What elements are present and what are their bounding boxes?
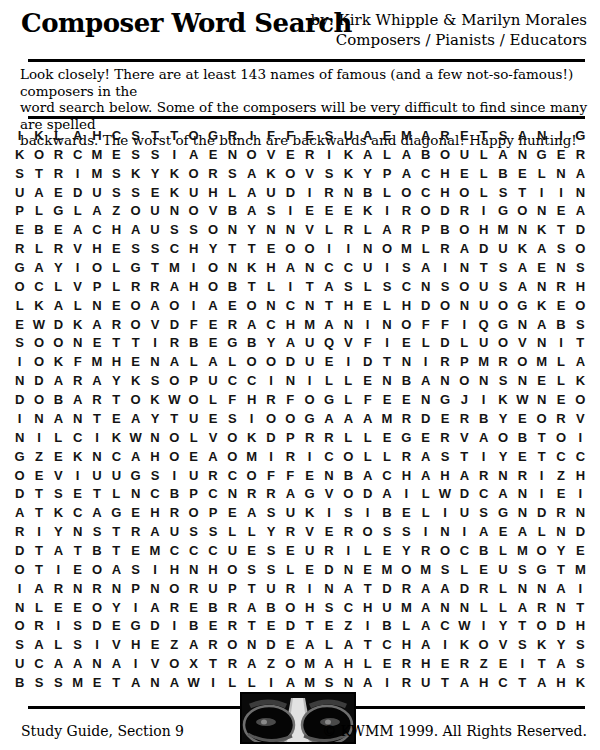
grid-cell[interactable]: T [358, 579, 377, 598]
grid-cell[interactable]: E [281, 541, 300, 560]
grid-cell[interactable]: I [416, 352, 435, 371]
grid-cell[interactable]: V [455, 428, 474, 447]
grid-cell[interactable]: F [281, 390, 300, 409]
grid-cell[interactable]: L [242, 673, 261, 692]
grid-cell[interactable]: I [29, 428, 48, 447]
grid-cell[interactable]: L [416, 484, 435, 503]
grid-cell[interactable]: Q [474, 315, 493, 334]
grid-cell[interactable]: T [571, 598, 590, 617]
grid-cell[interactable]: K [126, 164, 145, 183]
grid-cell[interactable]: Y [551, 635, 570, 654]
grid-cell[interactable]: O [223, 635, 242, 654]
grid-cell[interactable]: I [358, 315, 377, 334]
grid-cell[interactable]: O [571, 390, 590, 409]
grid-cell[interactable]: O [49, 334, 68, 353]
grid-cell[interactable]: C [107, 126, 126, 145]
grid-cell[interactable]: U [493, 560, 512, 579]
grid-cell[interactable]: S [29, 673, 48, 692]
grid-cell[interactable]: N [513, 220, 532, 239]
grid-cell[interactable]: H [397, 296, 416, 315]
grid-cell[interactable]: E [377, 126, 396, 145]
grid-cell[interactable]: A [203, 352, 222, 371]
grid-cell[interactable]: A [397, 145, 416, 164]
grid-cell[interactable]: O [203, 220, 222, 239]
grid-cell[interactable]: N [416, 390, 435, 409]
grid-cell[interactable]: S [339, 277, 358, 296]
grid-cell[interactable]: I [300, 371, 319, 390]
grid-cell[interactable]: E [551, 484, 570, 503]
grid-cell[interactable]: C [377, 635, 396, 654]
grid-cell[interactable]: L [358, 428, 377, 447]
grid-cell[interactable]: A [87, 315, 106, 334]
grid-cell[interactable]: P [203, 503, 222, 522]
grid-cell[interactable]: T [242, 617, 261, 636]
grid-cell[interactable]: E [493, 522, 512, 541]
grid-cell[interactable]: E [203, 315, 222, 334]
grid-cell[interactable]: A [203, 296, 222, 315]
grid-cell[interactable]: I [377, 673, 396, 692]
grid-cell[interactable]: O [87, 560, 106, 579]
grid-cell[interactable]: L [474, 145, 493, 164]
grid-cell[interactable]: E [184, 447, 203, 466]
grid-cell[interactable]: Y [493, 447, 512, 466]
grid-cell[interactable]: L [339, 371, 358, 390]
grid-cell[interactable]: U [416, 673, 435, 692]
grid-cell[interactable]: S [493, 277, 512, 296]
grid-cell[interactable]: R [145, 277, 164, 296]
grid-cell[interactable]: T [551, 560, 570, 579]
grid-cell[interactable]: T [242, 579, 261, 598]
grid-cell[interactable]: D [571, 220, 590, 239]
grid-cell[interactable]: R [223, 617, 242, 636]
grid-cell[interactable]: T [455, 447, 474, 466]
grid-cell[interactable]: N [300, 296, 319, 315]
grid-cell[interactable]: T [107, 390, 126, 409]
grid-cell[interactable]: C [377, 466, 396, 485]
grid-cell[interactable]: G [300, 484, 319, 503]
grid-cell[interactable]: V [203, 428, 222, 447]
grid-cell[interactable]: A [358, 673, 377, 692]
grid-cell[interactable]: E [532, 258, 551, 277]
grid-cell[interactable]: G [49, 201, 68, 220]
grid-cell[interactable]: I [300, 183, 319, 202]
grid-cell[interactable]: R [455, 409, 474, 428]
grid-cell[interactable]: B [435, 220, 454, 239]
grid-cell[interactable]: O [126, 296, 145, 315]
grid-cell[interactable]: M [87, 352, 106, 371]
grid-cell[interactable]: M [300, 654, 319, 673]
grid-cell[interactable]: T [513, 183, 532, 202]
grid-cell[interactable]: R [474, 579, 493, 598]
grid-cell[interactable]: D [416, 409, 435, 428]
grid-cell[interactable]: R [165, 598, 184, 617]
grid-cell[interactable]: K [165, 183, 184, 202]
grid-cell[interactable]: A [242, 315, 261, 334]
grid-cell[interactable]: Y [107, 371, 126, 390]
grid-cell[interactable]: O [281, 409, 300, 428]
grid-cell[interactable]: E [416, 428, 435, 447]
grid-cell[interactable]: R [184, 579, 203, 598]
grid-cell[interactable]: R [416, 541, 435, 560]
grid-cell[interactable]: R [165, 334, 184, 353]
grid-cell[interactable]: O [10, 617, 29, 636]
grid-cell[interactable]: S [145, 466, 164, 485]
grid-cell[interactable]: E [87, 673, 106, 692]
grid-cell[interactable]: A [455, 673, 474, 692]
grid-cell[interactable]: D [377, 579, 396, 598]
grid-cell[interactable]: S [49, 484, 68, 503]
grid-cell[interactable]: H [165, 560, 184, 579]
grid-cell[interactable]: R [68, 371, 87, 390]
grid-cell[interactable]: E [377, 541, 396, 560]
grid-cell[interactable]: A [10, 503, 29, 522]
grid-cell[interactable]: M [300, 673, 319, 692]
grid-cell[interactable]: N [513, 579, 532, 598]
grid-cell[interactable]: O [29, 334, 48, 353]
grid-cell[interactable]: A [300, 635, 319, 654]
grid-cell[interactable]: T [29, 560, 48, 579]
grid-cell[interactable]: S [377, 522, 396, 541]
grid-cell[interactable]: O [358, 522, 377, 541]
grid-cell[interactable]: E [551, 201, 570, 220]
grid-cell[interactable]: Y [551, 541, 570, 560]
grid-cell[interactable]: N [261, 296, 280, 315]
grid-cell[interactable]: T [165, 409, 184, 428]
grid-cell[interactable]: S [319, 126, 338, 145]
grid-cell[interactable]: S [10, 635, 29, 654]
grid-cell[interactable]: A [493, 484, 512, 503]
grid-cell[interactable]: T [29, 164, 48, 183]
grid-cell[interactable]: O [397, 315, 416, 334]
grid-cell[interactable]: R [107, 315, 126, 334]
grid-cell[interactable]: L [223, 352, 242, 371]
grid-cell[interactable]: S [319, 164, 338, 183]
grid-cell[interactable]: N [532, 126, 551, 145]
grid-cell[interactable]: R [571, 145, 590, 164]
grid-cell[interactable]: E [397, 390, 416, 409]
grid-cell[interactable]: G [532, 145, 551, 164]
grid-cell[interactable]: A [319, 277, 338, 296]
grid-cell[interactable]: R [397, 673, 416, 692]
grid-cell[interactable]: K [49, 352, 68, 371]
grid-cell[interactable]: W [126, 428, 145, 447]
grid-cell[interactable]: H [397, 466, 416, 485]
grid-cell[interactable]: D [435, 334, 454, 353]
grid-cell[interactable]: O [300, 239, 319, 258]
grid-cell[interactable]: D [532, 503, 551, 522]
grid-cell[interactable]: L [107, 484, 126, 503]
grid-cell[interactable]: O [126, 315, 145, 334]
grid-cell[interactable]: K [532, 296, 551, 315]
grid-cell[interactable]: J [455, 390, 474, 409]
grid-cell[interactable]: S [397, 258, 416, 277]
grid-cell[interactable]: R [281, 522, 300, 541]
grid-cell[interactable]: U [300, 352, 319, 371]
grid-cell[interactable]: A [49, 654, 68, 673]
grid-cell[interactable]: X [184, 654, 203, 673]
grid-cell[interactable]: L [397, 617, 416, 636]
grid-cell[interactable]: A [358, 126, 377, 145]
grid-cell[interactable]: A [145, 296, 164, 315]
grid-cell[interactable]: A [571, 201, 590, 220]
grid-cell[interactable]: U [10, 654, 29, 673]
grid-cell[interactable]: K [10, 145, 29, 164]
grid-cell[interactable]: A [377, 220, 396, 239]
grid-cell[interactable]: M [87, 145, 106, 164]
grid-cell[interactable]: O [513, 201, 532, 220]
grid-cell[interactable]: M [165, 258, 184, 277]
grid-cell[interactable]: L [184, 428, 203, 447]
grid-cell[interactable]: O [184, 503, 203, 522]
grid-cell[interactable]: N [165, 201, 184, 220]
grid-cell[interactable]: D [261, 428, 280, 447]
grid-cell[interactable]: A [416, 466, 435, 485]
grid-cell[interactable]: R [339, 522, 358, 541]
grid-cell[interactable]: D [551, 617, 570, 636]
grid-cell[interactable]: E [474, 560, 493, 579]
grid-cell[interactable]: T [107, 673, 126, 692]
grid-cell[interactable]: N [513, 371, 532, 390]
grid-cell[interactable]: L [358, 277, 377, 296]
grid-cell[interactable]: M [397, 239, 416, 258]
grid-cell[interactable]: N [551, 598, 570, 617]
grid-cell[interactable]: P [126, 579, 145, 598]
grid-cell[interactable]: A [87, 503, 106, 522]
grid-cell[interactable]: U [493, 239, 512, 258]
grid-cell[interactable]: E [281, 145, 300, 164]
grid-cell[interactable]: R [10, 522, 29, 541]
grid-cell[interactable]: F [358, 334, 377, 353]
grid-cell[interactable]: N [223, 220, 242, 239]
grid-cell[interactable]: A [416, 598, 435, 617]
grid-cell[interactable]: H [261, 258, 280, 277]
grid-cell[interactable]: R [203, 635, 222, 654]
grid-cell[interactable]: E [223, 296, 242, 315]
grid-cell[interactable]: I [551, 334, 570, 353]
grid-cell[interactable]: L [377, 447, 396, 466]
grid-cell[interactable]: S [339, 503, 358, 522]
grid-cell[interactable]: S [261, 201, 280, 220]
grid-cell[interactable]: Z [107, 201, 126, 220]
grid-cell[interactable]: O [281, 654, 300, 673]
grid-cell[interactable]: K [107, 428, 126, 447]
grid-cell[interactable]: Y [145, 409, 164, 428]
grid-cell[interactable]: U [474, 334, 493, 353]
grid-cell[interactable]: M [474, 352, 493, 371]
grid-cell[interactable]: I [474, 617, 493, 636]
grid-cell[interactable]: S [10, 164, 29, 183]
grid-cell[interactable]: G [532, 560, 551, 579]
grid-cell[interactable]: A [358, 145, 377, 164]
grid-cell[interactable]: S [165, 220, 184, 239]
grid-cell[interactable]: L [223, 673, 242, 692]
grid-cell[interactable]: O [242, 352, 261, 371]
grid-cell[interactable]: S [261, 560, 280, 579]
grid-cell[interactable]: I [435, 635, 454, 654]
grid-cell[interactable]: K [126, 371, 145, 390]
grid-cell[interactable]: L [203, 390, 222, 409]
grid-cell[interactable]: N [377, 315, 396, 334]
grid-cell[interactable]: S [571, 635, 590, 654]
grid-cell[interactable]: B [358, 183, 377, 202]
grid-cell[interactable]: F [281, 466, 300, 485]
grid-cell[interactable]: E [10, 315, 29, 334]
grid-cell[interactable]: E [68, 484, 87, 503]
grid-cell[interactable]: C [165, 239, 184, 258]
grid-cell[interactable]: T [87, 409, 106, 428]
grid-cell[interactable]: O [165, 428, 184, 447]
grid-cell[interactable]: O [493, 334, 512, 353]
grid-cell[interactable]: E [10, 220, 29, 239]
grid-cell[interactable]: I [203, 673, 222, 692]
grid-cell[interactable]: L [358, 447, 377, 466]
grid-cell[interactable]: R [10, 239, 29, 258]
grid-cell[interactable]: I [571, 579, 590, 598]
grid-cell[interactable]: P [184, 371, 203, 390]
grid-cell[interactable]: I [455, 315, 474, 334]
grid-cell[interactable]: N [435, 371, 454, 390]
grid-cell[interactable]: L [474, 598, 493, 617]
grid-cell[interactable]: L [532, 522, 551, 541]
grid-cell[interactable]: U [223, 541, 242, 560]
grid-cell[interactable]: H [358, 598, 377, 617]
grid-cell[interactable]: H [107, 352, 126, 371]
grid-cell[interactable]: N [223, 145, 242, 164]
grid-cell[interactable]: D [49, 315, 68, 334]
grid-cell[interactable]: R [223, 654, 242, 673]
grid-cell[interactable]: A [107, 654, 126, 673]
grid-cell[interactable]: L [339, 390, 358, 409]
grid-cell[interactable]: N [68, 522, 87, 541]
grid-cell[interactable]: I [10, 409, 29, 428]
grid-cell[interactable]: E [300, 201, 319, 220]
grid-cell[interactable]: T [145, 258, 164, 277]
grid-cell[interactable]: K [242, 258, 261, 277]
grid-cell[interactable]: A [377, 484, 396, 503]
grid-cell[interactable]: C [29, 277, 48, 296]
grid-cell[interactable]: I [49, 617, 68, 636]
grid-cell[interactable]: C [203, 484, 222, 503]
grid-cell[interactable]: K [145, 390, 164, 409]
grid-cell[interactable]: H [107, 220, 126, 239]
grid-cell[interactable]: N [10, 428, 29, 447]
grid-cell[interactable]: V [300, 522, 319, 541]
grid-cell[interactable]: E [49, 220, 68, 239]
grid-cell[interactable]: I [165, 466, 184, 485]
grid-cell[interactable]: H [339, 296, 358, 315]
grid-cell[interactable]: F [261, 126, 280, 145]
grid-cell[interactable]: S [126, 126, 145, 145]
grid-cell[interactable]: O [184, 390, 203, 409]
grid-cell[interactable]: O [455, 277, 474, 296]
grid-cell[interactable]: H [339, 654, 358, 673]
grid-cell[interactable]: S [493, 258, 512, 277]
grid-cell[interactable]: U [455, 503, 474, 522]
grid-cell[interactable]: A [339, 635, 358, 654]
grid-cell[interactable]: S [145, 371, 164, 390]
grid-cell[interactable]: A [416, 635, 435, 654]
grid-cell[interactable]: N [107, 579, 126, 598]
grid-cell[interactable]: O [532, 617, 551, 636]
grid-cell[interactable]: W [455, 617, 474, 636]
grid-cell[interactable]: N [571, 183, 590, 202]
grid-cell[interactable]: M [532, 352, 551, 371]
grid-cell[interactable]: A [474, 428, 493, 447]
grid-cell[interactable]: N [435, 522, 454, 541]
grid-cell[interactable]: S [493, 126, 512, 145]
grid-cell[interactable]: O [242, 466, 261, 485]
grid-cell[interactable]: S [435, 277, 454, 296]
grid-cell[interactable]: A [242, 598, 261, 617]
grid-cell[interactable]: A [126, 409, 145, 428]
grid-cell[interactable]: T [513, 617, 532, 636]
grid-cell[interactable]: O [126, 201, 145, 220]
grid-cell[interactable]: R [281, 447, 300, 466]
grid-cell[interactable]: R [513, 466, 532, 485]
grid-cell[interactable]: N [87, 447, 106, 466]
grid-cell[interactable]: A [107, 560, 126, 579]
grid-cell[interactable]: E [184, 598, 203, 617]
grid-cell[interactable]: N [455, 258, 474, 277]
grid-cell[interactable]: H [435, 466, 454, 485]
grid-cell[interactable]: H [474, 220, 493, 239]
grid-cell[interactable]: T [242, 277, 261, 296]
grid-cell[interactable]: T [107, 522, 126, 541]
grid-cell[interactable]: N [261, 220, 280, 239]
grid-cell[interactable]: R [49, 239, 68, 258]
grid-cell[interactable]: C [203, 541, 222, 560]
grid-cell[interactable]: H [87, 239, 106, 258]
grid-cell[interactable]: E [513, 164, 532, 183]
grid-cell[interactable]: E [319, 201, 338, 220]
grid-cell[interactable]: R [87, 390, 106, 409]
grid-cell[interactable]: M [493, 220, 512, 239]
grid-cell[interactable]: G [397, 428, 416, 447]
grid-cell[interactable]: E [49, 598, 68, 617]
grid-cell[interactable]: I [10, 126, 29, 145]
grid-cell[interactable]: U [261, 579, 280, 598]
grid-cell[interactable]: A [184, 145, 203, 164]
grid-cell[interactable]: N [319, 579, 338, 598]
grid-cell[interactable]: E [261, 239, 280, 258]
grid-cell[interactable]: L [223, 183, 242, 202]
grid-cell[interactable]: C [223, 371, 242, 390]
grid-cell[interactable]: O [165, 296, 184, 315]
grid-cell[interactable]: B [184, 617, 203, 636]
grid-cell[interactable]: E [513, 447, 532, 466]
grid-cell[interactable]: D [435, 201, 454, 220]
grid-cell[interactable]: L [551, 352, 570, 371]
grid-cell[interactable]: I [319, 503, 338, 522]
grid-cell[interactable]: V [145, 654, 164, 673]
grid-cell[interactable]: N [68, 409, 87, 428]
grid-cell[interactable]: R [300, 428, 319, 447]
grid-cell[interactable]: L [493, 541, 512, 560]
grid-cell[interactable]: B [551, 315, 570, 334]
grid-cell[interactable]: H [184, 277, 203, 296]
grid-cell[interactable]: N [145, 352, 164, 371]
grid-cell[interactable]: O [165, 579, 184, 598]
grid-cell[interactable]: A [513, 126, 532, 145]
grid-cell[interactable]: N [532, 201, 551, 220]
grid-cell[interactable]: F [416, 315, 435, 334]
grid-cell[interactable]: C [242, 371, 261, 390]
grid-cell[interactable]: L [49, 428, 68, 447]
grid-cell[interactable]: E [300, 560, 319, 579]
grid-cell[interactable]: A [513, 522, 532, 541]
grid-cell[interactable]: O [29, 352, 48, 371]
grid-cell[interactable]: M [416, 560, 435, 579]
